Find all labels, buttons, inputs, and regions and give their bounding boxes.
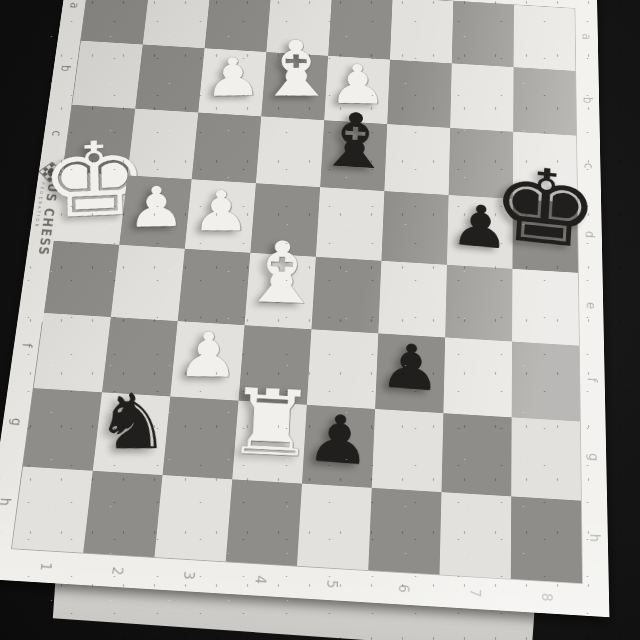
square-h8 xyxy=(511,496,582,583)
square-a8 xyxy=(514,5,576,71)
board-perspective-wrapper: ♟♝♟♝♚♟♟♟♚♝♟♟♞♜♟ ♞ US CHESS FEDERATION ♞ … xyxy=(0,0,609,617)
square-e2 xyxy=(111,245,185,321)
file-label-left-f: f xyxy=(17,334,36,357)
square-d5 xyxy=(316,187,384,261)
piece-white-pawn-d2: ♟ xyxy=(127,180,186,236)
square-d8: ♚ xyxy=(512,199,578,273)
square-d1: ♚ xyxy=(54,171,128,244)
file-label-right-g: g xyxy=(585,445,602,470)
file-label-left-h: h xyxy=(0,489,15,515)
square-b6 xyxy=(387,60,452,128)
square-c5: ♝ xyxy=(320,120,387,191)
square-f6: ♟ xyxy=(375,333,445,413)
square-h1 xyxy=(12,467,93,553)
square-g2: ♞ xyxy=(93,392,170,475)
square-d6 xyxy=(381,191,448,265)
file-label-right-f: f xyxy=(584,368,600,392)
square-h4 xyxy=(226,479,302,565)
square-h3 xyxy=(154,475,232,561)
piece-black-pawn-g5: ♟ xyxy=(304,404,373,475)
square-e1 xyxy=(44,241,119,317)
square-g4: ♜ xyxy=(232,401,307,484)
square-g8 xyxy=(511,417,581,500)
square-g1 xyxy=(23,388,102,471)
file-label-right-b: b xyxy=(580,90,595,110)
square-g5: ♟ xyxy=(302,405,375,488)
file-label-left-b: b xyxy=(57,58,74,78)
file-label-left-a: a xyxy=(66,0,83,15)
square-b8 xyxy=(513,67,576,135)
square-b7 xyxy=(450,63,513,131)
file-label-right-e: e xyxy=(583,294,599,317)
piece-black-pawn-f6: ♟ xyxy=(378,335,443,402)
square-a7 xyxy=(452,1,514,67)
square-f5 xyxy=(307,329,378,409)
square-e7 xyxy=(445,265,512,342)
square-a2 xyxy=(143,0,211,48)
square-a6 xyxy=(390,0,453,63)
square-e4: ♝ xyxy=(245,253,316,330)
square-c3 xyxy=(192,113,262,184)
square-g6 xyxy=(372,409,444,492)
square-b1 xyxy=(72,41,143,109)
square-h6 xyxy=(368,488,441,575)
square-f7 xyxy=(443,337,512,417)
square-b2 xyxy=(135,44,204,112)
square-d2: ♟ xyxy=(119,175,191,248)
square-a5 xyxy=(328,0,392,60)
square-g7 xyxy=(441,413,511,496)
square-a1 xyxy=(81,0,150,44)
piece-black-bishop-c5: ♝ xyxy=(313,101,396,180)
square-h5 xyxy=(297,484,372,571)
square-h2 xyxy=(83,471,162,557)
square-e6 xyxy=(378,261,447,338)
piece-white-bishop-e4: ♝ xyxy=(236,229,326,316)
file-label-right-h: h xyxy=(586,525,603,551)
piece-black-knight-g2: ♞ xyxy=(94,383,172,460)
board-grid: ♟♝♟♝♚♟♟♟♚♝♟♟♞♜♟ xyxy=(12,0,582,583)
file-label-right-a: a xyxy=(579,27,594,47)
square-e8 xyxy=(512,269,579,346)
vinyl-chess-board: ♟♝♟♝♚♟♟♟♚♝♟♟♞♜♟ ♞ US CHESS FEDERATION ♞ … xyxy=(0,0,609,617)
square-f8 xyxy=(512,342,580,422)
chessboard-photo: ♟♝♟♝♚♟♟♟♚♝♟♟♞♜♟ ♞ US CHESS FEDERATION ♞ … xyxy=(0,0,640,640)
piece-black-king-d8: ♚ xyxy=(487,151,601,265)
square-h7 xyxy=(440,492,512,579)
board-rotation-wrapper: ♟♝♟♝♚♟♟♟♚♝♟♟♞♜♟ ♞ US CHESS FEDERATION ♞ … xyxy=(0,0,640,617)
file-label-left-g: g xyxy=(6,410,26,434)
